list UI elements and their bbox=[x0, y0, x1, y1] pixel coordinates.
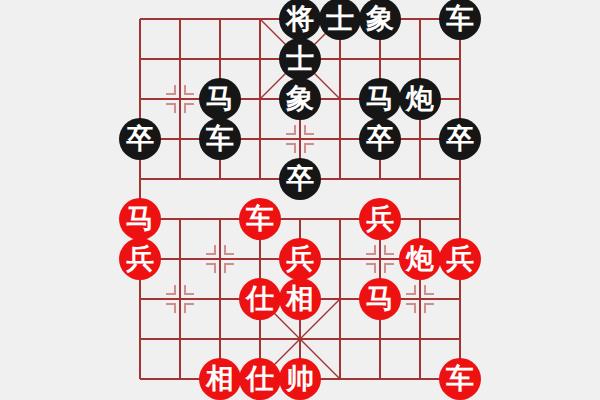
black-pawn[interactable]: 卒 bbox=[119, 118, 161, 160]
black-pawn[interactable]: 卒 bbox=[279, 158, 321, 200]
red-advisor[interactable]: 仕 bbox=[239, 358, 281, 400]
black-horse[interactable]: 马 bbox=[199, 78, 241, 120]
red-pawn[interactable]: 兵 bbox=[359, 198, 401, 240]
black-elephant[interactable]: 象 bbox=[279, 78, 321, 120]
xiangqi-board: 将士象车士马象马炮卒车卒卒卒马车兵兵兵炮兵仕相马相仕帅车 bbox=[120, 0, 480, 399]
black-chariot[interactable]: 车 bbox=[199, 118, 241, 160]
xiangqi-app-canvas: 将士象车士马象马炮卒车卒卒卒马车兵兵兵炮兵仕相马相仕帅车 bbox=[0, 0, 600, 400]
red-pawn[interactable]: 兵 bbox=[119, 238, 161, 280]
red-chariot[interactable]: 车 bbox=[439, 358, 481, 400]
black-pawn[interactable]: 卒 bbox=[439, 118, 481, 160]
red-horse[interactable]: 马 bbox=[119, 198, 161, 240]
red-cannon[interactable]: 炮 bbox=[399, 238, 441, 280]
red-advisor[interactable]: 仕 bbox=[239, 278, 281, 320]
black-horse[interactable]: 马 bbox=[359, 78, 401, 120]
red-general[interactable]: 帅 bbox=[279, 358, 321, 400]
red-horse[interactable]: 马 bbox=[359, 278, 401, 320]
black-general[interactable]: 将 bbox=[279, 0, 321, 40]
black-cannon[interactable]: 炮 bbox=[399, 78, 441, 120]
black-advisor[interactable]: 士 bbox=[319, 0, 361, 40]
black-chariot[interactable]: 车 bbox=[439, 0, 481, 40]
black-pawn[interactable]: 卒 bbox=[359, 118, 401, 160]
red-chariot[interactable]: 车 bbox=[239, 198, 281, 240]
red-pawn[interactable]: 兵 bbox=[439, 238, 481, 280]
red-elephant[interactable]: 相 bbox=[199, 358, 241, 400]
red-pawn[interactable]: 兵 bbox=[279, 238, 321, 280]
black-advisor[interactable]: 士 bbox=[279, 38, 321, 80]
black-elephant[interactable]: 象 bbox=[359, 0, 401, 40]
red-elephant[interactable]: 相 bbox=[279, 278, 321, 320]
